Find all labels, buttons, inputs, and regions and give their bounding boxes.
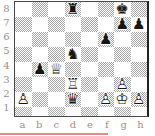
square-a6 [15, 32, 32, 47]
square-c6 [48, 32, 65, 47]
square-c2 [48, 92, 65, 107]
black-rook: ♜♜ [66, 2, 79, 17]
pink-underline [0, 133, 108, 135]
square-h5 [131, 47, 148, 62]
piece-glyph: ♙ [99, 90, 112, 108]
square-h2: ♟♙ [131, 92, 148, 107]
square-a1 [15, 107, 32, 116]
white-pawn: ♟♙ [17, 92, 30, 107]
square-f2: ♟♙ [98, 92, 115, 107]
rank-label-8: 8 [0, 1, 13, 15]
rank-label-1: 1 [0, 101, 13, 115]
black-knight: ♞♞ [66, 47, 79, 62]
piece-glyph: ♞ [66, 45, 79, 63]
square-g5 [114, 47, 131, 62]
square-a5 [15, 47, 32, 62]
file-label-a: a [14, 117, 31, 132]
square-e8 [81, 2, 98, 17]
rank-label-2: 2 [0, 87, 13, 101]
piece-glyph: ♕ [50, 60, 63, 78]
black-pawn: ♟♟ [33, 62, 46, 77]
file-label-f: f [98, 117, 115, 132]
square-e4 [81, 62, 98, 77]
square-e1 [81, 107, 98, 116]
chess-diagram: 87654321 ♜♜♚♚♟♟♟♟♟♟♞♞♟♟♛♕♜♖♟♙♟♙♛♛♟♙♚♔♟♙ … [0, 0, 155, 136]
piece-glyph: ♛ [66, 90, 79, 108]
square-d1 [65, 107, 82, 116]
square-c4: ♛♕ [48, 62, 65, 77]
file-label-e: e [82, 117, 99, 132]
rank-label-5: 5 [0, 44, 13, 58]
file-label-g: g [115, 117, 132, 132]
piece-glyph: ♜ [66, 0, 79, 18]
piece-glyph: ♙ [17, 90, 30, 108]
square-b2 [32, 92, 49, 107]
piece-glyph: ♟ [132, 15, 145, 33]
square-g6 [114, 32, 131, 47]
square-c7 [48, 17, 65, 32]
rank-label-6: 6 [0, 30, 13, 44]
square-f1 [98, 107, 115, 116]
file-label-h: h [132, 117, 149, 132]
square-a2: ♟♙ [15, 92, 32, 107]
square-f4 [98, 62, 115, 77]
piece-glyph: ♟ [33, 60, 46, 78]
white-pawn: ♟♙ [132, 92, 145, 107]
rank-label-7: 7 [0, 15, 13, 29]
white-queen: ♛♕ [50, 62, 63, 77]
square-e3 [81, 77, 98, 92]
black-queen: ♛♛ [66, 92, 79, 107]
file-label-c: c [48, 117, 65, 132]
square-g7: ♟♟ [114, 17, 131, 32]
square-f8 [98, 2, 115, 17]
piece-glyph: ♟ [99, 30, 112, 48]
white-king: ♚♔ [116, 92, 129, 107]
square-f6: ♟♟ [98, 32, 115, 47]
file-label-d: d [65, 117, 82, 132]
square-a4 [15, 62, 32, 77]
square-b4: ♟♟ [32, 62, 49, 77]
square-c3 [48, 77, 65, 92]
square-h7: ♟♟ [131, 17, 148, 32]
square-e7 [81, 17, 98, 32]
file-labels: abcdefgh [14, 117, 149, 132]
piece-glyph: ♙ [132, 90, 145, 108]
square-e2 [81, 92, 98, 107]
white-pawn: ♟♙ [99, 92, 112, 107]
square-b1 [32, 107, 49, 116]
square-d5: ♞♞ [65, 47, 82, 62]
square-h1 [131, 107, 148, 116]
square-h4 [131, 62, 148, 77]
rank-label-3: 3 [0, 72, 13, 86]
square-g1 [114, 107, 131, 116]
square-d7 [65, 17, 82, 32]
black-pawn: ♟♟ [116, 17, 129, 32]
rank-labels: 87654321 [0, 1, 13, 115]
square-c1 [48, 107, 65, 116]
chess-board: ♜♜♚♚♟♟♟♟♟♟♞♞♟♟♛♕♜♖♟♙♟♙♛♛♟♙♚♔♟♙ [14, 1, 149, 117]
square-b7 [32, 17, 49, 32]
square-b8 [32, 2, 49, 17]
square-h6 [131, 32, 148, 47]
square-e6 [81, 32, 98, 47]
file-label-b: b [31, 117, 48, 132]
square-d8: ♜♜ [65, 2, 82, 17]
black-pawn: ♟♟ [132, 17, 145, 32]
square-g2: ♚♔ [114, 92, 131, 107]
square-b3 [32, 77, 49, 92]
rank-label-4: 4 [0, 58, 13, 72]
square-a8 [15, 2, 32, 17]
black-pawn: ♟♟ [99, 32, 112, 47]
square-a7 [15, 17, 32, 32]
piece-glyph: ♟ [116, 15, 129, 33]
piece-glyph: ♔ [116, 90, 129, 108]
square-b6 [32, 32, 49, 47]
square-e5 [81, 47, 98, 62]
square-d2: ♛♛ [65, 92, 82, 107]
square-f5 [98, 47, 115, 62]
square-c8 [48, 2, 65, 17]
